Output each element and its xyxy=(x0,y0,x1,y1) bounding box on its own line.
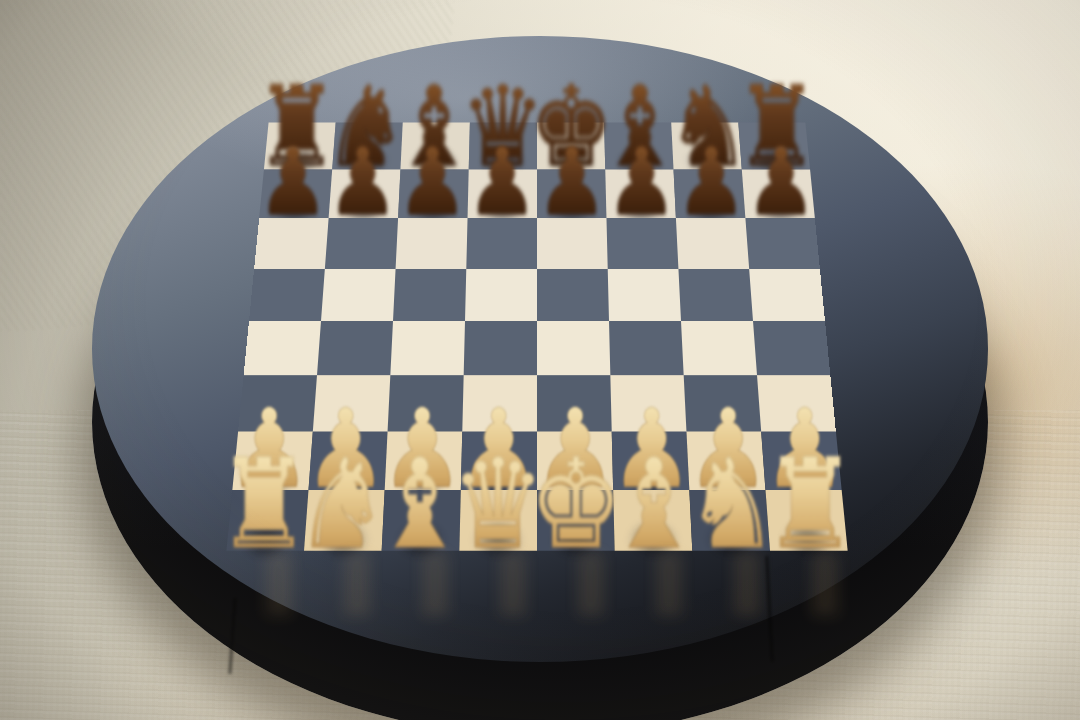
square-a4[interactable] xyxy=(244,321,321,375)
piece-reflections xyxy=(235,552,855,616)
piece-black-pawn[interactable]: ♟ xyxy=(606,136,677,229)
square-e1[interactable]: ♚ xyxy=(537,490,615,551)
piece-black-pawn[interactable]: ♟ xyxy=(397,136,468,229)
square-f1[interactable]: ♝ xyxy=(613,490,692,551)
square-h4[interactable] xyxy=(753,321,830,375)
square-h5[interactable] xyxy=(749,269,825,321)
square-b5[interactable] xyxy=(321,269,396,321)
piece-white-rook[interactable]: ♜ xyxy=(763,443,857,567)
square-e7[interactable]: ♟ xyxy=(537,170,606,219)
board-frame: ♜♞♝♛♚♝♞♜♟♟♟♟♟♟♟♟♟♟♟♟♟♟♟♟♜♞♝♛♚♝♞♜ xyxy=(216,117,858,559)
square-e5[interactable] xyxy=(537,269,609,321)
square-g5[interactable] xyxy=(678,269,753,321)
square-f7[interactable]: ♟ xyxy=(605,170,676,219)
square-g7[interactable]: ♟ xyxy=(674,170,746,219)
square-c4[interactable] xyxy=(390,321,465,375)
square-b4[interactable] xyxy=(317,321,393,375)
chessboard-grid: ♜♞♝♛♚♝♞♜♟♟♟♟♟♟♟♟♟♟♟♟♟♟♟♟♜♞♝♛♚♝♞♜ xyxy=(226,122,847,550)
square-a5[interactable] xyxy=(249,269,325,321)
chessboard: ♜♞♝♛♚♝♞♜♟♟♟♟♟♟♟♟♟♟♟♟♟♟♟♟♜♞♝♛♚♝♞♜ xyxy=(216,117,858,559)
square-f4[interactable] xyxy=(609,321,684,375)
square-b7[interactable]: ♟ xyxy=(329,170,401,219)
piece-black-pawn[interactable]: ♟ xyxy=(676,136,747,229)
square-c7[interactable]: ♟ xyxy=(398,170,469,219)
piece-black-pawn[interactable]: ♟ xyxy=(467,136,538,229)
square-a7[interactable]: ♟ xyxy=(259,170,332,219)
square-d7[interactable]: ♟ xyxy=(468,170,537,219)
square-d5[interactable] xyxy=(465,269,537,321)
square-d4[interactable] xyxy=(464,321,537,375)
square-f5[interactable] xyxy=(608,269,681,321)
square-g1[interactable]: ♞ xyxy=(689,490,770,551)
piece-black-pawn[interactable]: ♟ xyxy=(327,136,398,229)
piece-black-pawn[interactable]: ♟ xyxy=(536,136,607,229)
square-h1[interactable]: ♜ xyxy=(765,490,847,551)
square-h7[interactable]: ♟ xyxy=(742,170,815,219)
square-e4[interactable] xyxy=(537,321,610,375)
piece-black-pawn[interactable]: ♟ xyxy=(746,136,817,229)
scene: ♜♞♝♛♚♝♞♜♟♟♟♟♟♟♟♟♟♟♟♟♟♟♟♟♜♞♝♛♚♝♞♜ xyxy=(0,0,1080,720)
piece-black-pawn[interactable]: ♟ xyxy=(258,136,329,229)
square-d1[interactable]: ♛ xyxy=(459,490,537,551)
square-c5[interactable] xyxy=(393,269,466,321)
square-g4[interactable] xyxy=(681,321,757,375)
square-c1[interactable]: ♝ xyxy=(382,490,461,551)
